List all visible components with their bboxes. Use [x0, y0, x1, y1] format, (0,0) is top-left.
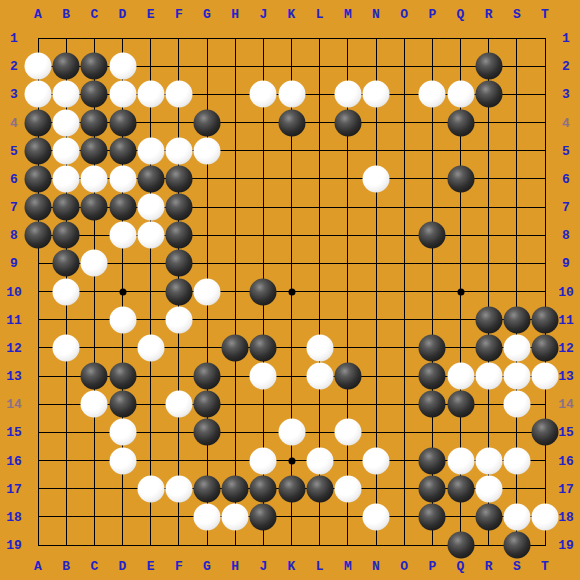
white-stone [109, 81, 136, 108]
coordinate-label: P [428, 560, 436, 573]
white-stone [363, 447, 390, 474]
coordinate-label: 1 [562, 32, 570, 45]
coordinate-label: 7 [562, 201, 570, 214]
coordinate-label: J [259, 560, 267, 573]
black-stone [475, 334, 502, 361]
black-stone [81, 363, 108, 390]
coordinate-label: T [541, 8, 549, 21]
black-stone [194, 109, 221, 136]
white-stone [137, 475, 164, 502]
coordinate-label: A [34, 8, 42, 21]
white-stone [109, 222, 136, 249]
white-stone [503, 447, 530, 474]
coordinate-label: E [147, 8, 155, 21]
coordinate-label: R [485, 8, 493, 21]
black-stone [250, 475, 277, 502]
black-stone [278, 109, 305, 136]
coordinate-label: L [316, 8, 324, 21]
coordinate-label: 4 [10, 116, 18, 129]
white-stone [194, 503, 221, 530]
white-stone [137, 222, 164, 249]
black-stone [447, 165, 474, 192]
grid-line [235, 38, 236, 546]
coordinate-label: 6 [562, 172, 570, 185]
black-stone [532, 306, 559, 333]
star-point [457, 288, 464, 295]
white-stone [109, 53, 136, 80]
black-stone [334, 109, 361, 136]
coordinate-label: J [259, 8, 267, 21]
white-stone [334, 81, 361, 108]
coordinate-label: 10 [6, 285, 22, 298]
black-stone [109, 391, 136, 418]
black-stone [532, 419, 559, 446]
coordinate-label: D [119, 8, 127, 21]
coordinate-label: 13 [558, 370, 574, 383]
coordinate-label: 7 [10, 201, 18, 214]
black-stone [53, 53, 80, 80]
coordinate-label: Q [457, 560, 465, 573]
coordinate-label: H [231, 560, 239, 573]
white-stone [137, 81, 164, 108]
white-stone [532, 363, 559, 390]
black-stone [194, 363, 221, 390]
coordinate-label: 13 [6, 370, 22, 383]
coordinate-label: 11 [6, 313, 22, 326]
coordinate-label: O [400, 560, 408, 573]
white-stone [250, 81, 277, 108]
black-stone [419, 222, 446, 249]
black-stone [81, 53, 108, 80]
grid-line [38, 347, 546, 348]
coordinate-label: 19 [6, 539, 22, 552]
white-stone [137, 137, 164, 164]
grid-line [38, 516, 546, 517]
coordinate-label: 15 [558, 426, 574, 439]
coordinate-label: M [344, 8, 352, 21]
white-stone [109, 165, 136, 192]
white-stone [363, 165, 390, 192]
white-stone [306, 363, 333, 390]
coordinate-label: 18 [6, 510, 22, 523]
coordinate-label: B [62, 560, 70, 573]
black-stone [25, 137, 52, 164]
white-stone [109, 419, 136, 446]
black-stone [447, 532, 474, 559]
white-stone [25, 53, 52, 80]
coordinate-label: C [90, 560, 98, 573]
coordinate-label: 8 [10, 229, 18, 242]
white-stone [53, 278, 80, 305]
white-stone [53, 334, 80, 361]
white-stone [532, 503, 559, 530]
white-stone [419, 81, 446, 108]
coordinate-label: 5 [562, 144, 570, 157]
coordinate-label: S [513, 8, 521, 21]
black-stone [194, 391, 221, 418]
coordinate-label: E [147, 560, 155, 573]
white-stone [250, 363, 277, 390]
black-stone [222, 334, 249, 361]
white-stone [137, 334, 164, 361]
white-stone [250, 447, 277, 474]
black-stone [447, 391, 474, 418]
black-stone [53, 222, 80, 249]
white-stone [503, 391, 530, 418]
white-stone [165, 81, 192, 108]
coordinate-label: C [90, 8, 98, 21]
black-stone [53, 194, 80, 221]
black-stone [109, 137, 136, 164]
coordinate-label: H [231, 8, 239, 21]
black-stone [81, 194, 108, 221]
coordinate-label: 1 [10, 32, 18, 45]
coordinate-label: Q [457, 8, 465, 21]
coordinate-label: 6 [10, 172, 18, 185]
black-stone [25, 222, 52, 249]
white-stone [137, 194, 164, 221]
coordinate-label: 11 [558, 313, 574, 326]
black-stone [278, 475, 305, 502]
white-stone [165, 475, 192, 502]
coordinate-label: K [288, 560, 296, 573]
coordinate-label: 3 [562, 88, 570, 101]
star-point [288, 288, 295, 295]
coordinate-label: G [203, 560, 211, 573]
white-stone [53, 109, 80, 136]
white-stone [194, 137, 221, 164]
coordinate-label: 18 [558, 510, 574, 523]
coordinate-label: N [372, 560, 380, 573]
white-stone [53, 81, 80, 108]
coordinate-label: 2 [562, 60, 570, 73]
black-stone [250, 334, 277, 361]
white-stone [81, 250, 108, 277]
white-stone [81, 165, 108, 192]
white-stone [447, 81, 474, 108]
black-stone [419, 503, 446, 530]
coordinate-label: T [541, 560, 549, 573]
coordinate-label: K [288, 8, 296, 21]
black-stone [475, 306, 502, 333]
coordinate-label: 4 [562, 116, 570, 129]
black-stone [25, 194, 52, 221]
white-stone [53, 165, 80, 192]
coordinate-label: 17 [6, 482, 22, 495]
black-stone [109, 194, 136, 221]
coordinate-label: P [428, 8, 436, 21]
grid-line [545, 38, 546, 546]
black-stone [250, 278, 277, 305]
coordinate-label: 14 [6, 398, 22, 411]
white-stone [334, 475, 361, 502]
white-stone [447, 363, 474, 390]
white-stone [363, 503, 390, 530]
grid-line [38, 38, 546, 39]
black-stone [165, 250, 192, 277]
black-stone [165, 222, 192, 249]
black-stone [137, 165, 164, 192]
black-stone [475, 503, 502, 530]
black-stone [194, 419, 221, 446]
white-stone [278, 81, 305, 108]
black-stone [503, 532, 530, 559]
coordinate-label: F [175, 8, 183, 21]
white-stone [475, 447, 502, 474]
black-stone [81, 137, 108, 164]
grid-line [404, 38, 405, 546]
white-stone [363, 81, 390, 108]
white-stone [306, 447, 333, 474]
black-stone [532, 334, 559, 361]
white-stone [194, 278, 221, 305]
go-board[interactable]: AABBCCDDEEFFGGHHJJKKLLMMNNOOPPQQRRSSTT11… [0, 0, 580, 580]
star-point [119, 288, 126, 295]
grid-line [150, 38, 151, 546]
black-stone [334, 363, 361, 390]
coordinate-label: B [62, 8, 70, 21]
coordinate-label: 10 [558, 285, 574, 298]
black-stone [250, 503, 277, 530]
black-stone [194, 475, 221, 502]
coordinate-label: M [344, 560, 352, 573]
black-stone [53, 250, 80, 277]
white-stone [306, 334, 333, 361]
black-stone [419, 447, 446, 474]
coordinate-label: 12 [6, 341, 22, 354]
white-stone [81, 391, 108, 418]
coordinate-label: 8 [562, 229, 570, 242]
black-stone [419, 363, 446, 390]
black-stone [81, 81, 108, 108]
black-stone [419, 475, 446, 502]
coordinate-label: A [34, 560, 42, 573]
black-stone [25, 165, 52, 192]
black-stone [447, 109, 474, 136]
coordinate-label: 3 [10, 88, 18, 101]
white-stone [165, 306, 192, 333]
coordinate-label: 16 [558, 454, 574, 467]
coordinate-label: F [175, 560, 183, 573]
white-stone [165, 137, 192, 164]
coordinate-label: 5 [10, 144, 18, 157]
grid-line [38, 263, 546, 264]
white-stone [503, 503, 530, 530]
coordinate-label: O [400, 8, 408, 21]
white-stone [475, 475, 502, 502]
white-stone [165, 391, 192, 418]
coordinate-label: R [485, 560, 493, 573]
white-stone [503, 334, 530, 361]
white-stone [222, 503, 249, 530]
black-stone [475, 81, 502, 108]
black-stone [109, 363, 136, 390]
coordinate-label: D [119, 560, 127, 573]
black-stone [222, 475, 249, 502]
coordinate-label: 15 [6, 426, 22, 439]
black-stone [165, 165, 192, 192]
white-stone [475, 363, 502, 390]
coordinate-label: 2 [10, 60, 18, 73]
coordinate-label: 9 [562, 257, 570, 270]
black-stone [81, 109, 108, 136]
black-stone [419, 334, 446, 361]
white-stone [109, 447, 136, 474]
black-stone [447, 475, 474, 502]
white-stone [278, 419, 305, 446]
coordinate-label: 17 [558, 482, 574, 495]
white-stone [53, 137, 80, 164]
coordinate-label: 14 [558, 398, 574, 411]
coordinate-label: 19 [558, 539, 574, 552]
white-stone [503, 363, 530, 390]
coordinate-label: S [513, 560, 521, 573]
coordinate-label: G [203, 8, 211, 21]
coordinate-label: N [372, 8, 380, 21]
white-stone [109, 306, 136, 333]
black-stone [165, 278, 192, 305]
coordinate-label: 12 [558, 341, 574, 354]
black-stone [419, 391, 446, 418]
coordinate-label: L [316, 560, 324, 573]
white-stone [25, 81, 52, 108]
black-stone [306, 475, 333, 502]
star-point [288, 457, 295, 464]
black-stone [165, 194, 192, 221]
coordinate-label: 16 [6, 454, 22, 467]
black-stone [109, 109, 136, 136]
white-stone [334, 419, 361, 446]
black-stone [475, 53, 502, 80]
black-stone [25, 109, 52, 136]
coordinate-label: 9 [10, 257, 18, 270]
black-stone [503, 306, 530, 333]
white-stone [447, 447, 474, 474]
